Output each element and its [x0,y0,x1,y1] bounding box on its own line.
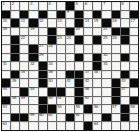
cell-r7c3[interactable]: 32 [29,62,37,70]
cell-r8c11[interactable] [102,71,110,79]
block-cell-r6c1 [11,54,19,62]
cell-r0c12[interactable] [112,2,120,10]
cell-r3c11[interactable]: 21 [102,28,110,36]
cell-r7c11[interactable]: 34 [102,62,110,70]
cell-r12c3[interactable] [29,105,37,113]
cell-r5c13[interactable] [121,45,129,53]
cell-r13c5[interactable]: 61 [48,114,56,122]
cell-r14c2[interactable] [20,122,28,130]
block-cell-r6c3 [29,54,37,62]
clue-number: 13 [57,19,61,23]
cell-r5c8[interactable] [75,45,83,53]
block-cell-r13c7 [66,114,74,122]
block-cell-r6c13 [121,54,129,62]
cell-r0c3[interactable]: 3 [29,2,37,10]
block-cell-r13c11 [102,114,110,122]
block-cell-r8c8 [75,71,83,79]
cell-r9c6[interactable] [57,79,65,87]
cell-r8c0[interactable] [2,71,10,79]
block-cell-r4c5 [48,36,56,44]
cell-r14c12[interactable] [112,122,120,130]
block-cell-r5c3 [29,45,37,53]
cell-r14c1[interactable] [11,122,19,130]
cell-r14c0[interactable]: 63 [2,122,10,130]
cell-r8c5[interactable]: 36 [48,71,56,79]
cell-r1c3[interactable] [29,11,37,19]
cell-r2c10[interactable]: 15 [93,19,101,27]
cell-r5c11[interactable] [102,45,110,53]
block-cell-r7c10 [93,62,101,70]
cell-r6c12[interactable] [112,54,120,62]
cell-r12c14[interactable]: 58 [130,105,138,113]
cell-r2c5[interactable] [48,19,56,27]
block-cell-r13c13 [121,114,129,122]
cell-r4c3[interactable] [29,36,37,44]
cell-r13c6[interactable] [57,114,65,122]
block-cell-r11c12 [112,97,120,105]
cell-r6c11[interactable]: 30 [102,54,110,62]
block-cell-r1c10 [93,11,101,19]
cell-r0c5[interactable]: 4 [48,2,56,10]
block-cell-r10c2 [20,88,28,96]
cell-r5c0[interactable] [2,45,10,53]
cell-r12c12[interactable]: 57 [112,105,120,113]
cell-r8c9[interactable]: 37 [84,71,92,79]
cell-r14c11[interactable] [102,122,110,130]
crossword-puzzle: 1234567891011121314151617181920212223242… [0,0,140,132]
cell-r12c7[interactable] [66,105,74,113]
cell-r8c14[interactable] [130,71,138,79]
block-cell-r1c2 [20,11,28,19]
cell-r4c11[interactable]: 25 [102,36,110,44]
cell-r10c11[interactable] [102,88,110,96]
cell-r13c0[interactable] [2,114,10,122]
cell-r14c13[interactable] [121,122,129,130]
cell-r6c2[interactable] [20,54,28,62]
clue-number: 2 [12,2,14,6]
cell-r4c14[interactable] [130,36,138,44]
cell-r1c7[interactable]: 9 [66,11,74,19]
cell-r9c13[interactable]: 43 [121,79,129,87]
cell-r3c4[interactable] [39,28,47,36]
cell-r1c13[interactable] [121,11,129,19]
block-cell-r1c6 [57,11,65,19]
clue-number: 23 [57,36,61,40]
cell-r5c10[interactable] [93,45,101,53]
cell-r2c0[interactable]: 10 [2,19,10,27]
cell-r4c9[interactable] [84,36,92,44]
cell-r7c9[interactable] [84,62,92,70]
cell-r14c7[interactable] [66,122,74,130]
block-cell-r10c8 [75,88,83,96]
block-cell-r11c0 [2,97,10,105]
cell-r0c1[interactable]: 2 [11,2,19,10]
cell-r4c6[interactable]: 23 [57,36,65,44]
clue-number: 39 [12,79,16,83]
block-cell-r6c8 [75,54,83,62]
cell-r3c8[interactable]: 20 [75,28,83,36]
clue-number: 7 [103,2,105,6]
cell-r0c13[interactable]: 8 [121,2,129,10]
clue-number: 14 [85,19,89,23]
block-cell-r1c4 [39,11,47,19]
clue-number: 19 [30,27,34,31]
cell-r1c5[interactable] [48,11,56,19]
cell-r5c9[interactable] [84,45,92,53]
cell-r0c0[interactable]: 1 [2,2,10,10]
clue-number: 49 [21,96,25,100]
cell-r2c2[interactable]: 11 [20,19,28,27]
block-cell-r2c11 [102,19,110,27]
clue-number: 12 [39,19,43,23]
block-cell-r12c4 [39,105,47,113]
clue-number: 22 [21,36,25,40]
cell-r10c13[interactable]: 47 [121,88,129,96]
block-cell-r0c7 [66,2,74,10]
cell-r3c3[interactable]: 19 [29,28,37,36]
clue-number: 11 [21,19,25,23]
cell-r9c10[interactable] [93,79,101,87]
cell-r8c2[interactable]: 35 [20,71,28,79]
cell-r10c7[interactable] [66,88,74,96]
cell-r4c12[interactable]: 26 [112,36,120,44]
clue-number: 36 [48,70,52,74]
block-cell-r14c9 [84,122,92,130]
cell-r13c14[interactable] [130,114,138,122]
cell-r11c1[interactable]: 48 [11,97,19,105]
block-cell-r2c8 [75,19,83,27]
clue-number: 44 [3,87,7,91]
clue-number: 1 [3,2,5,6]
cell-r2c14[interactable]: 17 [130,19,138,27]
cell-r11c10[interactable] [93,97,101,105]
clue-number: 42 [85,79,89,83]
block-cell-r8c4 [39,71,47,79]
cell-r9c1[interactable]: 39 [11,79,19,87]
cell-r13c3[interactable]: 59 [29,114,37,122]
cell-r14c14[interactable] [130,122,138,130]
cell-r11c6[interactable]: 51 [57,97,65,105]
cell-r4c4[interactable] [39,36,47,44]
clue-number: 35 [21,70,25,74]
block-cell-r3c12 [112,28,120,36]
clue-number: 27 [39,44,43,48]
cell-r0c11[interactable]: 7 [102,2,110,10]
clue-number: 55 [76,105,80,109]
clue-number: 9 [66,10,68,14]
cell-r6c9[interactable] [84,54,92,62]
cell-r3c9[interactable] [84,28,92,36]
cell-r9c3[interactable] [29,79,37,87]
block-cell-r11c4 [39,97,47,105]
block-cell-r1c0 [2,11,10,19]
cell-r14c5[interactable] [48,122,56,130]
cell-r11c11[interactable] [102,97,110,105]
cell-r10c0[interactable]: 44 [2,88,10,96]
cell-r13c12[interactable] [112,114,120,122]
clue-number: 48 [12,96,16,100]
cell-r14c10[interactable]: 64 [93,122,101,130]
cell-r13c4[interactable]: 60 [39,114,47,122]
block-cell-r10c5 [48,88,56,96]
clue-number: 40 [48,79,52,83]
block-cell-r12c13 [121,105,129,113]
cell-r6c6[interactable] [57,54,65,62]
cell-r7c6[interactable] [57,62,65,70]
cell-r0c8[interactable]: 5 [75,2,83,10]
cell-r9c2[interactable] [20,79,28,87]
clue-number: 43 [121,79,125,83]
cell-r4c0[interactable] [2,36,10,44]
cell-r13c10[interactable] [93,114,101,122]
block-cell-r11c14 [130,97,138,105]
cell-r12c2[interactable] [20,105,28,113]
cell-r13c9[interactable] [84,114,92,122]
cell-r7c0[interactable]: 31 [2,62,10,70]
clue-number: 8 [121,2,123,6]
block-cell-r2c1 [11,19,19,27]
cell-r3c6[interactable] [57,28,65,36]
clue-number: 34 [103,62,107,66]
clue-number: 52 [85,96,89,100]
cell-r1c1[interactable] [11,11,19,19]
cell-r5c14[interactable] [130,45,138,53]
cell-r0c14[interactable] [130,2,138,10]
clue-number: 10 [3,19,7,23]
cell-r2c4[interactable]: 12 [39,19,47,27]
cell-r2c13[interactable] [121,19,129,27]
cell-r10c14[interactable] [130,88,138,96]
cell-r10c10[interactable] [93,88,101,96]
clue-number: 15 [94,19,98,23]
cell-r3c2[interactable] [20,28,28,36]
block-cell-r3c7 [66,28,74,36]
clue-number: 51 [57,96,61,100]
clue-number: 31 [3,62,7,66]
cell-r5c5[interactable]: 28 [48,45,56,53]
block-cell-r9c4 [39,79,47,87]
clue-number: 4 [48,2,50,6]
cell-r11c9[interactable]: 52 [84,97,92,105]
cell-r6c4[interactable]: 29 [39,54,47,62]
clue-number: 64 [94,122,98,126]
block-cell-r4c1 [11,36,19,44]
cell-r3c1[interactable] [11,28,19,36]
block-cell-r9c0 [2,79,10,87]
clue-number: 57 [112,105,116,109]
block-cell-r1c12 [112,11,120,19]
cell-r7c7[interactable] [66,62,74,70]
cell-r12c11[interactable] [102,105,110,113]
cell-r0c9[interactable]: 6 [84,2,92,10]
cell-r6c0[interactable] [2,54,10,62]
cell-r6c14[interactable] [130,54,138,62]
block-cell-r12c5 [48,105,56,113]
clue-number: 50 [48,96,52,100]
cell-r7c1[interactable] [11,62,19,70]
clue-number: 29 [39,53,43,57]
clue-number: 3 [30,2,32,6]
cell-r5c2[interactable] [20,45,28,53]
cell-r0c4[interactable] [39,2,47,10]
cell-r7c5[interactable]: 33 [48,62,56,70]
block-cell-r8c13 [121,71,129,79]
block-cell-r4c13 [121,36,129,44]
cell-r9c5[interactable]: 40 [48,79,56,87]
block-cell-r8c1 [11,71,19,79]
cell-r12c1[interactable] [11,105,19,113]
cell-r5c6[interactable] [57,45,65,53]
clue-number: 37 [85,70,89,74]
block-cell-r8c7 [66,71,74,79]
cell-r7c12[interactable] [112,62,120,70]
block-cell-r12c9 [84,105,92,113]
cell-r4c7[interactable]: 24 [66,36,74,44]
block-cell-r4c10 [93,36,101,44]
cell-r11c3[interactable] [29,97,37,105]
cell-r5c4[interactable]: 27 [39,45,47,53]
clue-number: 5 [76,2,78,6]
cell-r8c3[interactable] [29,71,37,79]
cell-r5c12[interactable] [112,45,120,53]
cell-r13c8[interactable]: 62 [75,114,83,122]
cell-r6c7[interactable] [66,54,74,62]
cell-r8c6[interactable] [57,71,65,79]
cell-r6c5[interactable] [48,54,56,62]
cell-r2c6[interactable]: 13 [57,19,65,27]
cell-r12c10[interactable]: 56 [93,105,101,113]
crossword-grid: 1234567891011121314151617181920212223242… [1,1,139,131]
cell-r14c8[interactable] [75,122,83,130]
clue-number: 16 [112,19,116,23]
cell-r11c13[interactable] [121,97,129,105]
cell-r10c4[interactable] [39,88,47,96]
cell-r14c3[interactable] [29,122,37,130]
block-cell-r1c14 [130,11,138,19]
cell-r4c2[interactable]: 22 [20,36,28,44]
block-cell-r2c3 [29,19,37,27]
clue-number: 38 [94,70,98,74]
clue-number: 20 [76,27,80,31]
clue-number: 6 [85,2,87,6]
cell-r5c7[interactable] [66,45,74,53]
cell-r10c3[interactable]: 45 [29,88,37,96]
clue-number: 63 [3,122,7,126]
block-cell-r7c4 [39,62,47,70]
cell-r1c9[interactable] [84,11,92,19]
clue-number: 60 [39,113,43,117]
block-cell-r4c8 [75,36,83,44]
clue-number: 56 [94,105,98,109]
cell-r9c9[interactable]: 42 [84,79,92,87]
cell-r0c2[interactable] [20,2,28,10]
cell-r8c10[interactable]: 38 [93,71,101,79]
block-cell-r13c1 [11,114,19,122]
cell-r2c9[interactable]: 14 [84,19,92,27]
clue-number: 41 [66,79,70,83]
block-cell-r3c13 [121,28,129,36]
block-cell-r10c12 [112,88,120,96]
clue-number: 59 [30,113,34,117]
cell-r12c0[interactable]: 53 [2,105,10,113]
clue-number: 25 [103,36,107,40]
cell-r14c6[interactable] [57,122,65,130]
cell-r3c14[interactable] [130,28,138,36]
cell-r8c12[interactable] [112,71,120,79]
clue-number: 24 [66,36,70,40]
cell-r2c12[interactable]: 16 [112,19,120,27]
cell-r7c13[interactable] [121,62,129,70]
block-cell-r3c5 [48,28,56,36]
clue-number: 33 [48,62,52,66]
block-cell-r11c8 [75,97,83,105]
clue-number: 61 [48,113,52,117]
cell-r12c6[interactable]: 54 [57,105,65,113]
clue-number: 21 [103,27,107,31]
cell-r3c10[interactable] [93,28,101,36]
clue-number: 26 [112,36,116,40]
block-cell-r10c6 [57,88,65,96]
cell-r14c4[interactable] [39,122,47,130]
clue-number: 47 [121,87,125,91]
clue-number: 28 [48,44,52,48]
cell-r11c5[interactable]: 50 [48,97,56,105]
cell-r0c6[interactable] [57,2,65,10]
cell-r7c2[interactable] [20,62,28,70]
clue-number: 54 [57,105,61,109]
clue-number: 30 [103,53,107,57]
clue-number: 58 [130,105,134,109]
cell-r9c11[interactable] [102,79,110,87]
cell-r2c7[interactable] [66,19,74,27]
cell-r9c7[interactable]: 41 [66,79,74,87]
block-cell-r5c1 [11,45,19,53]
clue-number: 46 [85,87,89,91]
clue-number: 62 [76,113,80,117]
block-cell-r1c8 [75,11,83,19]
cell-r0c10[interactable] [93,2,101,10]
cell-r7c14[interactable] [130,62,138,70]
cell-r3c0[interactable]: 18 [2,28,10,36]
block-cell-r6c10 [93,54,101,62]
block-cell-r9c12 [112,79,120,87]
cell-r1c11[interactable] [102,11,110,19]
block-cell-r9c14 [130,79,138,87]
cell-r12c8[interactable]: 55 [75,105,83,113]
block-cell-r13c2 [20,114,28,122]
cell-r10c1[interactable] [11,88,19,96]
clue-number: 53 [3,105,7,109]
clue-number: 45 [30,87,34,91]
cell-r11c2[interactable]: 49 [20,97,28,105]
clue-number: 32 [30,62,34,66]
block-cell-r9c8 [75,79,83,87]
cell-r10c9[interactable]: 46 [84,88,92,96]
cell-r7c8[interactable] [75,62,83,70]
clue-number: 17 [130,19,134,23]
cell-r11c7[interactable] [66,97,74,105]
clue-number: 18 [3,27,7,31]
